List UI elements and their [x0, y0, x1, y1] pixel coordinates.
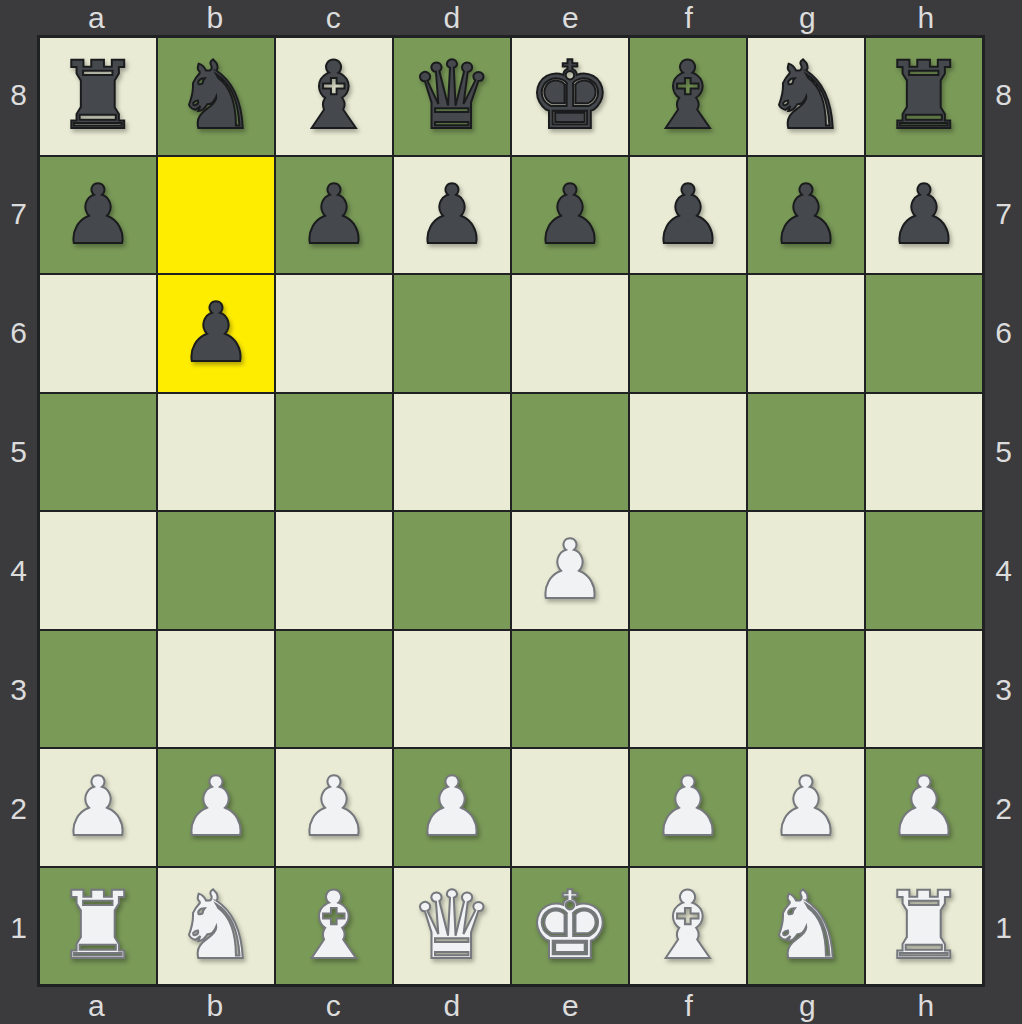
square-g4[interactable] — [748, 512, 864, 629]
piece-black-king-e8[interactable]: ♚ — [528, 49, 612, 143]
piece-black-pawn-f7[interactable]: ♟ — [651, 174, 725, 256]
piece-black-queen-d8[interactable]: ♛ — [410, 49, 494, 143]
square-b4[interactable] — [158, 512, 274, 629]
file-label-h: h — [867, 0, 986, 35]
square-d6[interactable] — [394, 275, 510, 392]
rank-label-2: 2 — [0, 749, 37, 868]
rank-label-7: 7 — [985, 154, 1022, 273]
square-c5[interactable] — [276, 394, 392, 511]
square-c7[interactable]: ♟ — [276, 157, 392, 274]
square-e6[interactable] — [512, 275, 628, 392]
square-f6[interactable] — [630, 275, 746, 392]
square-h8[interactable]: ♜ — [866, 38, 982, 155]
piece-white-knight-g1[interactable]: ♞ — [764, 879, 848, 973]
piece-black-knight-b8[interactable]: ♞ — [174, 49, 258, 143]
file-label-c: c — [274, 0, 393, 35]
square-e4[interactable]: ♟ — [512, 512, 628, 629]
square-d4[interactable] — [394, 512, 510, 629]
piece-white-pawn-h2[interactable]: ♟ — [887, 766, 961, 848]
rank-label-7: 7 — [0, 154, 37, 273]
square-f4[interactable] — [630, 512, 746, 629]
square-h2[interactable]: ♟ — [866, 749, 982, 866]
square-d8[interactable]: ♛ — [394, 38, 510, 155]
rank-label-8: 8 — [985, 35, 1022, 154]
square-a6[interactable] — [40, 275, 156, 392]
square-f8[interactable]: ♝ — [630, 38, 746, 155]
piece-white-pawn-c2[interactable]: ♟ — [297, 766, 371, 848]
square-h7[interactable]: ♟ — [866, 157, 982, 274]
piece-black-pawn-h7[interactable]: ♟ — [887, 174, 961, 256]
square-f5[interactable] — [630, 394, 746, 511]
file-label-a: a — [37, 0, 156, 35]
piece-white-rook-h1[interactable]: ♜ — [882, 879, 966, 973]
square-b5[interactable] — [158, 394, 274, 511]
rank-label-5: 5 — [0, 392, 37, 511]
file-label-g: g — [748, 987, 867, 1024]
rank-label-6: 6 — [0, 273, 37, 392]
square-e8[interactable]: ♚ — [512, 38, 628, 155]
square-b1[interactable]: ♞ — [158, 868, 274, 985]
square-a1[interactable]: ♜ — [40, 868, 156, 985]
square-f7[interactable]: ♟ — [630, 157, 746, 274]
square-h1[interactable]: ♜ — [866, 868, 982, 985]
square-a2[interactable]: ♟ — [40, 749, 156, 866]
square-f2[interactable]: ♟ — [630, 749, 746, 866]
square-h5[interactable] — [866, 394, 982, 511]
piece-black-pawn-d7[interactable]: ♟ — [415, 174, 489, 256]
file-label-h: h — [867, 987, 986, 1024]
square-d3[interactable] — [394, 631, 510, 748]
file-label-f: f — [630, 0, 749, 35]
square-c6[interactable] — [276, 275, 392, 392]
piece-white-pawn-d2[interactable]: ♟ — [415, 766, 489, 848]
piece-white-pawn-f2[interactable]: ♟ — [651, 766, 725, 848]
square-f1[interactable]: ♝ — [630, 868, 746, 985]
file-label-e: e — [511, 987, 630, 1024]
square-e1[interactable]: ♚ — [512, 868, 628, 985]
chessboard-frame: abcdefgh abcdefgh 87654321 87654321 ♜♞♝♛… — [0, 0, 1022, 1024]
rank-label-1: 1 — [985, 868, 1022, 987]
piece-black-pawn-a7[interactable]: ♟ — [61, 174, 135, 256]
rank-label-6: 6 — [985, 273, 1022, 392]
file-label-g: g — [748, 0, 867, 35]
square-g8[interactable]: ♞ — [748, 38, 864, 155]
square-g5[interactable] — [748, 394, 864, 511]
file-label-a: a — [37, 987, 156, 1024]
square-e2[interactable] — [512, 749, 628, 866]
piece-black-rook-a8[interactable]: ♜ — [56, 49, 140, 143]
square-d7[interactable]: ♟ — [394, 157, 510, 274]
file-label-d: d — [393, 987, 512, 1024]
file-label-b: b — [156, 987, 275, 1024]
file-labels-bottom: abcdefgh — [37, 987, 985, 1024]
square-g7[interactable]: ♟ — [748, 157, 864, 274]
file-labels-top: abcdefgh — [37, 0, 985, 35]
square-e5[interactable] — [512, 394, 628, 511]
piece-black-pawn-c7[interactable]: ♟ — [297, 174, 371, 256]
square-d5[interactable] — [394, 394, 510, 511]
square-a3[interactable] — [40, 631, 156, 748]
square-c2[interactable]: ♟ — [276, 749, 392, 866]
square-e3[interactable] — [512, 631, 628, 748]
square-b2[interactable]: ♟ — [158, 749, 274, 866]
square-h6[interactable] — [866, 275, 982, 392]
square-b8[interactable]: ♞ — [158, 38, 274, 155]
square-g3[interactable] — [748, 631, 864, 748]
square-c4[interactable] — [276, 512, 392, 629]
square-a5[interactable] — [40, 394, 156, 511]
piece-black-bishop-c8[interactable]: ♝ — [292, 49, 376, 143]
square-h4[interactable] — [866, 512, 982, 629]
file-label-f: f — [630, 987, 749, 1024]
piece-black-pawn-e7[interactable]: ♟ — [533, 174, 607, 256]
square-g2[interactable]: ♟ — [748, 749, 864, 866]
piece-black-rook-h8[interactable]: ♜ — [882, 49, 966, 143]
square-b6[interactable]: ♟ — [158, 275, 274, 392]
rank-label-8: 8 — [0, 35, 37, 154]
piece-white-pawn-a2[interactable]: ♟ — [61, 766, 135, 848]
piece-black-pawn-b6[interactable]: ♟ — [179, 292, 253, 374]
rank-label-4: 4 — [985, 511, 1022, 630]
square-a8[interactable]: ♜ — [40, 38, 156, 155]
piece-white-king-e1[interactable]: ♚ — [528, 879, 612, 973]
file-label-e: e — [511, 0, 630, 35]
chess-board: ♜♞♝♛♚♝♞♜♟♟♟♟♟♟♟♟♟♟♟♟♟♟♟♟♜♞♝♛♚♝♞♜ — [37, 35, 985, 987]
piece-white-pawn-b2[interactable]: ♟ — [179, 766, 253, 848]
piece-white-bishop-f1[interactable]: ♝ — [646, 879, 730, 973]
piece-black-pawn-g7[interactable]: ♟ — [769, 174, 843, 256]
square-d1[interactable]: ♛ — [394, 868, 510, 985]
rank-label-4: 4 — [0, 511, 37, 630]
square-g6[interactable] — [748, 275, 864, 392]
file-label-d: d — [393, 0, 512, 35]
piece-black-knight-g8[interactable]: ♞ — [764, 49, 848, 143]
square-a4[interactable] — [40, 512, 156, 629]
piece-black-bishop-f8[interactable]: ♝ — [646, 49, 730, 143]
square-b7[interactable] — [158, 157, 274, 274]
piece-white-rook-a1[interactable]: ♜ — [56, 879, 140, 973]
piece-white-pawn-g2[interactable]: ♟ — [769, 766, 843, 848]
square-g1[interactable]: ♞ — [748, 868, 864, 985]
piece-white-queen-d1[interactable]: ♛ — [410, 879, 494, 973]
square-e7[interactable]: ♟ — [512, 157, 628, 274]
square-d2[interactable]: ♟ — [394, 749, 510, 866]
square-a7[interactable]: ♟ — [40, 157, 156, 274]
square-b3[interactable] — [158, 631, 274, 748]
rank-label-3: 3 — [0, 630, 37, 749]
rank-label-5: 5 — [985, 392, 1022, 511]
piece-white-bishop-c1[interactable]: ♝ — [292, 879, 376, 973]
rank-label-3: 3 — [985, 630, 1022, 749]
rank-label-2: 2 — [985, 749, 1022, 868]
rank-label-1: 1 — [0, 868, 37, 987]
file-label-c: c — [274, 987, 393, 1024]
piece-white-knight-b1[interactable]: ♞ — [174, 879, 258, 973]
rank-labels-right: 87654321 — [985, 35, 1022, 987]
square-h3[interactable] — [866, 631, 982, 748]
rank-labels-left: 87654321 — [0, 35, 37, 987]
piece-white-pawn-e4[interactable]: ♟ — [533, 529, 607, 611]
square-f3[interactable] — [630, 631, 746, 748]
file-label-b: b — [156, 0, 275, 35]
square-c8[interactable]: ♝ — [276, 38, 392, 155]
square-c1[interactable]: ♝ — [276, 868, 392, 985]
square-c3[interactable] — [276, 631, 392, 748]
